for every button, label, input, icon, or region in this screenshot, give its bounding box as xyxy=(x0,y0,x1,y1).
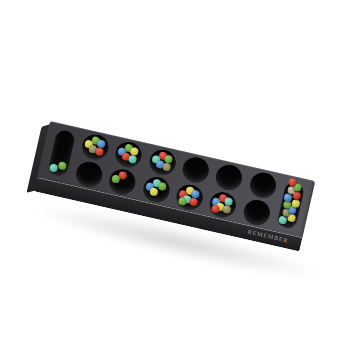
pit-bottom-6[interactable] xyxy=(241,197,272,227)
bead-red xyxy=(95,147,105,157)
pit-bottom-3[interactable] xyxy=(141,174,172,204)
bead-olive xyxy=(162,162,172,172)
pit-top-1[interactable] xyxy=(80,132,111,162)
bead-teal xyxy=(128,155,138,165)
pit-bottom-4[interactable] xyxy=(174,182,205,212)
pit-top-2[interactable] xyxy=(114,139,145,169)
pit-top-3[interactable] xyxy=(147,147,178,177)
pit-top-5[interactable] xyxy=(214,162,245,192)
pit-top-4[interactable] xyxy=(181,154,212,184)
bead-red xyxy=(189,197,199,207)
bead-green xyxy=(157,182,167,192)
bead-olive xyxy=(223,205,233,215)
pit-bottom-2[interactable] xyxy=(107,167,138,197)
pit-bottom-1[interactable] xyxy=(74,159,105,189)
bead-yellow xyxy=(149,187,159,197)
bead-yellow xyxy=(291,198,301,208)
store-left xyxy=(47,129,76,178)
pit-top-6[interactable] xyxy=(248,170,279,200)
store-right xyxy=(276,181,305,230)
product-photo: REMEMBER xyxy=(0,0,350,350)
bead-green xyxy=(57,161,67,171)
pit-bottom-5[interactable] xyxy=(208,189,239,219)
